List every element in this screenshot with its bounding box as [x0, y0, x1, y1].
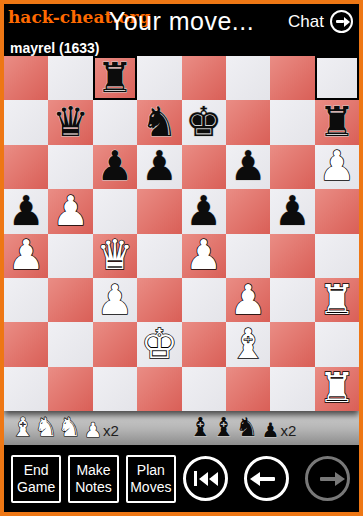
square-f3[interactable]: ♟ — [226, 278, 270, 322]
square-c6[interactable]: ♟ — [93, 145, 137, 189]
square-d6[interactable]: ♟ — [137, 145, 181, 189]
skip-to-start-button[interactable] — [183, 456, 228, 501]
square-c3[interactable]: ♟ — [93, 278, 137, 322]
captured-white-pieces-tray: ♝♞♞♟x2 — [4, 414, 182, 443]
square-h1[interactable]: ♜ — [315, 367, 359, 411]
forward-button[interactable] — [305, 456, 350, 501]
square-e7[interactable]: ♚ — [182, 100, 226, 144]
square-h4[interactable] — [315, 234, 359, 278]
square-b3[interactable] — [48, 278, 92, 322]
captured-white-pawn: ♟ — [84, 420, 102, 440]
square-b5[interactable]: ♟ — [48, 189, 92, 233]
square-g1[interactable] — [270, 367, 314, 411]
captured-white-bishop: ♝ — [11, 414, 34, 440]
square-c7[interactable] — [93, 100, 137, 144]
right-arrow-icon — [336, 20, 344, 23]
square-e6[interactable] — [182, 145, 226, 189]
square-h6[interactable]: ♟ — [315, 145, 359, 189]
square-g7[interactable] — [270, 100, 314, 144]
chat-button-label: Chat — [288, 12, 324, 32]
white-pawn[interactable]: ♟ — [318, 146, 355, 187]
captured-black-bishop: ♝ — [189, 414, 212, 440]
white-pawn[interactable]: ♟ — [97, 280, 134, 321]
end-game-button[interactable]: End Game — [11, 455, 61, 503]
square-e5[interactable]: ♟ — [182, 189, 226, 233]
black-rook[interactable]: ♜ — [318, 102, 355, 143]
white-rook[interactable]: ♜ — [318, 280, 355, 321]
square-b6[interactable] — [48, 145, 92, 189]
chat-arrow-icon — [330, 10, 353, 33]
captured-pawn-multiplier: x2 — [103, 423, 119, 440]
back-button[interactable] — [244, 456, 289, 501]
square-d7[interactable]: ♞ — [137, 100, 181, 144]
black-pawn[interactable]: ♟ — [141, 146, 178, 187]
square-g5[interactable]: ♟ — [270, 189, 314, 233]
square-b8[interactable] — [48, 56, 92, 100]
square-h2[interactable] — [315, 322, 359, 366]
plan-moves-button[interactable]: Plan Moves — [126, 455, 176, 503]
square-e8[interactable] — [182, 56, 226, 100]
black-rook[interactable]: ♜ — [97, 58, 134, 99]
black-knight[interactable]: ♞ — [141, 102, 178, 143]
square-d4[interactable] — [137, 234, 181, 278]
captured-pawn-multiplier: x2 — [280, 423, 296, 440]
black-pawn[interactable]: ♟ — [97, 146, 134, 187]
square-g8[interactable] — [270, 56, 314, 100]
square-h8[interactable] — [315, 56, 359, 100]
square-f5[interactable] — [226, 189, 270, 233]
black-pawn[interactable]: ♟ — [8, 191, 45, 232]
square-d8[interactable] — [137, 56, 181, 100]
make-notes-button[interactable]: Make Notes — [68, 455, 118, 503]
square-h3[interactable]: ♜ — [315, 278, 359, 322]
square-a6[interactable] — [4, 145, 48, 189]
square-c5[interactable] — [93, 189, 137, 233]
black-pawn[interactable]: ♟ — [274, 191, 311, 232]
white-pawn[interactable]: ♟ — [52, 191, 89, 232]
black-pawn[interactable]: ♟ — [185, 191, 222, 232]
white-rook[interactable]: ♜ — [318, 368, 355, 409]
opponent-name-rating: mayrel (1633) — [10, 40, 100, 56]
square-d5[interactable] — [137, 189, 181, 233]
square-b1[interactable] — [48, 367, 92, 411]
black-king[interactable]: ♚ — [185, 102, 222, 143]
white-queen[interactable]: ♛ — [97, 235, 134, 276]
square-h7[interactable]: ♜ — [315, 100, 359, 144]
square-g4[interactable] — [270, 234, 314, 278]
white-pawn[interactable]: ♟ — [8, 235, 45, 276]
square-a3[interactable] — [4, 278, 48, 322]
square-a2[interactable] — [4, 322, 48, 366]
square-e3[interactable] — [182, 278, 226, 322]
black-pawn[interactable]: ♟ — [230, 146, 267, 187]
square-a5[interactable]: ♟ — [4, 189, 48, 233]
chess-board: ♜♛♞♚♜♟♟♟♟♟♟♟♟♟♛♟♟♟♜♚♝♜ — [4, 56, 359, 411]
square-c2[interactable] — [93, 322, 137, 366]
black-queen[interactable]: ♛ — [52, 102, 89, 143]
left-arrow-icon — [259, 477, 275, 481]
captured-pieces-bar: ♝♞♞♟x2 ♝♝♞♟x2 — [4, 411, 359, 445]
square-f6[interactable]: ♟ — [226, 145, 270, 189]
square-d2[interactable]: ♚ — [137, 322, 181, 366]
captured-black-pawn: ♟ — [261, 420, 279, 440]
chat-button[interactable]: Chat — [288, 10, 353, 33]
square-c8[interactable]: ♜ — [93, 56, 137, 100]
white-pawn[interactable]: ♟ — [230, 280, 267, 321]
captured-white-knight: ♞ — [34, 414, 57, 440]
captured-black-knight: ♞ — [235, 414, 258, 440]
captured-white-knight: ♞ — [58, 414, 81, 440]
square-b4[interactable] — [48, 234, 92, 278]
white-bishop[interactable]: ♝ — [230, 324, 267, 365]
square-b7[interactable]: ♛ — [48, 100, 92, 144]
square-e1[interactable] — [182, 367, 226, 411]
square-a4[interactable]: ♟ — [4, 234, 48, 278]
skip-to-start-icon — [194, 471, 218, 486]
square-c4[interactable]: ♛ — [93, 234, 137, 278]
square-g2[interactable] — [270, 322, 314, 366]
square-f8[interactable] — [226, 56, 270, 100]
bottom-toolbar: End Game Make Notes Plan Moves — [4, 445, 359, 512]
app-window: hack-cheat.org Your move... Chat mayrel … — [0, 0, 363, 516]
square-d3[interactable] — [137, 278, 181, 322]
square-g3[interactable] — [270, 278, 314, 322]
square-e4[interactable]: ♟ — [182, 234, 226, 278]
square-f2[interactable]: ♝ — [226, 322, 270, 366]
right-arrow-icon — [320, 477, 336, 481]
square-b2[interactable] — [48, 322, 92, 366]
square-f7[interactable] — [226, 100, 270, 144]
square-a1[interactable] — [4, 367, 48, 411]
captured-black-bishop: ♝ — [212, 414, 235, 440]
square-e2[interactable] — [182, 322, 226, 366]
white-pawn[interactable]: ♟ — [185, 235, 222, 276]
square-f4[interactable] — [226, 234, 270, 278]
white-king[interactable]: ♚ — [141, 324, 178, 365]
captured-black-pieces-tray: ♝♝♞♟x2 — [182, 414, 360, 443]
square-a7[interactable] — [4, 100, 48, 144]
square-a8[interactable] — [4, 56, 48, 100]
player-bar: mayrel (1633) — [4, 39, 359, 56]
square-d1[interactable] — [137, 367, 181, 411]
square-h5[interactable] — [315, 189, 359, 233]
square-g6[interactable] — [270, 145, 314, 189]
move-nav-group — [183, 456, 352, 501]
square-c1[interactable] — [93, 367, 137, 411]
header-bar: hack-cheat.org Your move... Chat — [4, 4, 359, 39]
square-f1[interactable] — [226, 367, 270, 411]
